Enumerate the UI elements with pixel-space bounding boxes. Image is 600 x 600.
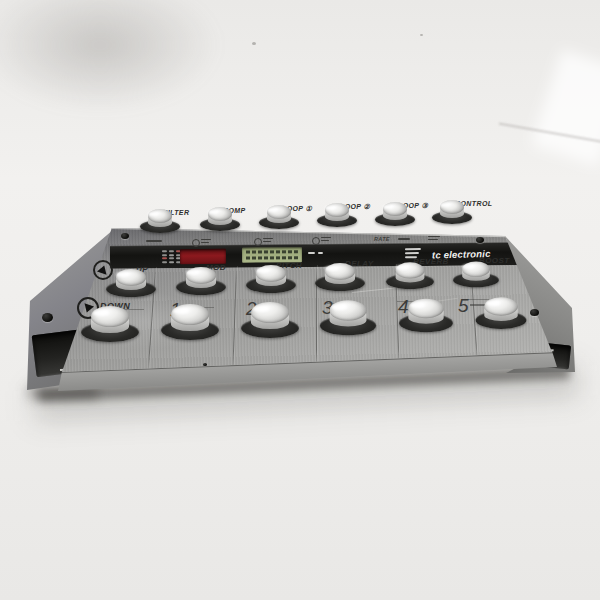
footswitch-boost (453, 247, 499, 287)
footswitch-preset-2 (241, 286, 299, 338)
band-marking (308, 252, 315, 254)
switch-highlight (186, 270, 199, 275)
label-preset-5: 5 (458, 296, 469, 315)
switch-highlight (410, 302, 425, 308)
product-photo: tc electronic RATE FILTER COMP (0, 0, 600, 600)
switch-highlight (173, 308, 189, 314)
screw (530, 309, 539, 316)
led-dash (162, 261, 167, 263)
switch-cap (171, 304, 209, 325)
rubber-bumper (42, 313, 53, 322)
switch-highlight (462, 264, 474, 269)
loop-icon (254, 238, 262, 246)
loop-icon (192, 239, 200, 247)
switch-highlight (486, 301, 500, 306)
switch-highlight (267, 208, 277, 212)
led-dash (162, 250, 167, 252)
screw (121, 233, 129, 239)
footswitch-loop-1 (259, 193, 299, 229)
background-paper-corner (531, 50, 600, 167)
led-dash (169, 254, 174, 256)
silkscreen-mark (201, 239, 211, 240)
silkscreen-mark (428, 239, 438, 240)
background-dust-speck (420, 34, 423, 36)
switch-cap (408, 299, 443, 319)
silkscreen-mark (146, 240, 162, 242)
screw (476, 237, 484, 243)
switch-cap (91, 306, 129, 327)
footswitch-loop-2 (317, 191, 357, 227)
loop-icon (312, 237, 320, 245)
switch-highlight (116, 272, 129, 277)
footswitch-comp (200, 195, 240, 231)
switch-cap (330, 300, 367, 320)
background-dust-speck (252, 42, 256, 45)
switch-highlight (325, 206, 335, 210)
silkscreen-mark (201, 242, 209, 243)
front-panel-dot (203, 363, 207, 366)
switch-cap (251, 302, 289, 323)
led-dash (162, 257, 167, 259)
switch-highlight (253, 306, 269, 312)
footswitch-loop-3 (375, 190, 415, 226)
switch-highlight (332, 304, 348, 310)
switch-highlight (148, 212, 158, 216)
silkscreen-mark (321, 237, 331, 238)
switch-highlight (256, 268, 269, 273)
silkscreen-mark (398, 238, 410, 240)
silkscreen-mark (428, 236, 440, 237)
led-dash (169, 261, 174, 263)
footswitch-preset-5 (475, 283, 526, 329)
switch-highlight (325, 266, 338, 271)
switch-highlight (383, 205, 393, 209)
footswitch-filter (140, 197, 180, 233)
led-dash (169, 257, 174, 259)
silkscreen-mark (321, 240, 329, 241)
footswitch-control (432, 188, 472, 224)
switch-highlight (208, 210, 218, 214)
led-dash (162, 254, 167, 256)
switch-highlight (93, 310, 109, 316)
switch-highlight (440, 203, 450, 207)
footswitch-preset-4 (399, 284, 453, 332)
led-dash (169, 250, 174, 252)
silkscreen-mark (263, 238, 273, 239)
switch-highlight (396, 265, 408, 270)
silkscreen-mark (263, 241, 271, 242)
footswitch-preset-3 (320, 285, 376, 335)
rate-label: RATE (374, 237, 390, 243)
footswitch-down (81, 290, 139, 342)
footswitch-reverb (386, 247, 434, 289)
background-smudge (0, 0, 270, 140)
footswitch-preset-1 (161, 288, 219, 340)
